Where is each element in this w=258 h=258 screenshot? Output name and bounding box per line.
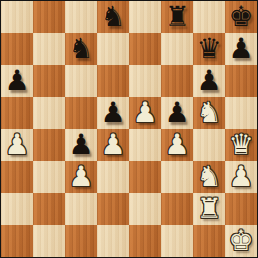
square-f6[interactable] [161, 65, 193, 97]
black-knight-icon[interactable]: ♞ [100, 1, 125, 33]
square-a3[interactable] [1, 161, 33, 193]
square-g3[interactable]: ♞ [193, 161, 225, 193]
square-a7[interactable] [1, 33, 33, 65]
square-c6[interactable] [65, 65, 97, 97]
square-e4[interactable] [129, 129, 161, 161]
white-knight-icon[interactable]: ♞ [196, 161, 221, 193]
square-g5[interactable]: ♞ [193, 97, 225, 129]
square-f1[interactable] [161, 225, 193, 257]
white-king-icon[interactable]: ♚ [228, 225, 253, 257]
square-d7[interactable] [97, 33, 129, 65]
square-f3[interactable] [161, 161, 193, 193]
black-pawn-icon[interactable]: ♟ [4, 65, 29, 97]
white-pawn-icon[interactable]: ♟ [228, 161, 253, 193]
square-c5[interactable] [65, 97, 97, 129]
board-frame: ♞♜♚♞♛♟♟♟♟♟♟♞♟♟♟♟♛♟♞♟♜♚ [0, 0, 258, 258]
square-c7[interactable]: ♞ [65, 33, 97, 65]
black-pawn-icon[interactable]: ♟ [196, 65, 221, 97]
square-c4[interactable]: ♟ [65, 129, 97, 161]
black-pawn-icon[interactable]: ♟ [164, 97, 189, 129]
square-d3[interactable] [97, 161, 129, 193]
square-a1[interactable] [1, 225, 33, 257]
square-h5[interactable] [225, 97, 257, 129]
square-b8[interactable] [33, 1, 65, 33]
square-a2[interactable] [1, 193, 33, 225]
white-pawn-icon[interactable]: ♟ [100, 129, 125, 161]
black-king-icon[interactable]: ♚ [228, 1, 253, 33]
black-queen-icon[interactable]: ♛ [196, 33, 221, 65]
square-f5[interactable]: ♟ [161, 97, 193, 129]
square-c1[interactable] [65, 225, 97, 257]
black-knight-icon[interactable]: ♞ [68, 33, 93, 65]
square-b6[interactable] [33, 65, 65, 97]
square-b4[interactable] [33, 129, 65, 161]
square-h1[interactable]: ♚ [225, 225, 257, 257]
white-pawn-icon[interactable]: ♟ [132, 97, 157, 129]
white-pawn-icon[interactable]: ♟ [68, 161, 93, 193]
white-queen-icon[interactable]: ♛ [228, 129, 253, 161]
square-a4[interactable]: ♟ [1, 129, 33, 161]
square-h6[interactable] [225, 65, 257, 97]
square-f4[interactable]: ♟ [161, 129, 193, 161]
square-d4[interactable]: ♟ [97, 129, 129, 161]
square-e1[interactable] [129, 225, 161, 257]
black-pawn-icon[interactable]: ♟ [68, 129, 93, 161]
square-c3[interactable]: ♟ [65, 161, 97, 193]
square-f7[interactable] [161, 33, 193, 65]
square-e6[interactable] [129, 65, 161, 97]
square-d6[interactable] [97, 65, 129, 97]
square-h3[interactable]: ♟ [225, 161, 257, 193]
black-pawn-icon[interactable]: ♟ [100, 97, 125, 129]
square-c8[interactable] [65, 1, 97, 33]
square-f8[interactable]: ♜ [161, 1, 193, 33]
square-g1[interactable] [193, 225, 225, 257]
square-d5[interactable]: ♟ [97, 97, 129, 129]
square-b5[interactable] [33, 97, 65, 129]
square-e2[interactable] [129, 193, 161, 225]
square-g2[interactable]: ♜ [193, 193, 225, 225]
square-h8[interactable]: ♚ [225, 1, 257, 33]
square-h4[interactable]: ♛ [225, 129, 257, 161]
black-pawn-icon[interactable]: ♟ [228, 33, 253, 65]
white-rook-icon[interactable]: ♜ [196, 193, 221, 225]
square-g4[interactable] [193, 129, 225, 161]
square-g8[interactable] [193, 1, 225, 33]
square-f2[interactable] [161, 193, 193, 225]
square-b7[interactable] [33, 33, 65, 65]
square-d8[interactable]: ♞ [97, 1, 129, 33]
square-e5[interactable]: ♟ [129, 97, 161, 129]
square-h7[interactable]: ♟ [225, 33, 257, 65]
square-a5[interactable] [1, 97, 33, 129]
square-d1[interactable] [97, 225, 129, 257]
square-b2[interactable] [33, 193, 65, 225]
square-a8[interactable] [1, 1, 33, 33]
black-rook-icon[interactable]: ♜ [164, 1, 189, 33]
square-g7[interactable]: ♛ [193, 33, 225, 65]
chess-board: ♞♜♚♞♛♟♟♟♟♟♟♞♟♟♟♟♛♟♞♟♜♚ [1, 1, 257, 257]
white-knight-icon[interactable]: ♞ [196, 97, 221, 129]
white-pawn-icon[interactable]: ♟ [164, 129, 189, 161]
square-e7[interactable] [129, 33, 161, 65]
square-b3[interactable] [33, 161, 65, 193]
square-h2[interactable] [225, 193, 257, 225]
square-d2[interactable] [97, 193, 129, 225]
white-pawn-icon[interactable]: ♟ [4, 129, 29, 161]
square-e3[interactable] [129, 161, 161, 193]
square-c2[interactable] [65, 193, 97, 225]
square-e8[interactable] [129, 1, 161, 33]
square-g6[interactable]: ♟ [193, 65, 225, 97]
square-a6[interactable]: ♟ [1, 65, 33, 97]
square-b1[interactable] [33, 225, 65, 257]
